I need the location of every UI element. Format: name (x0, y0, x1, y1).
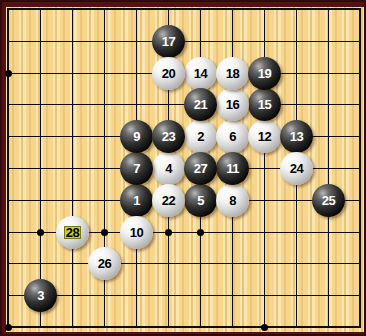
stone-white-26: 26 (88, 247, 121, 280)
stone-white-12: 12 (248, 120, 281, 153)
marker-dot (37, 229, 44, 236)
move-number-label: 23 (162, 129, 175, 144)
move-number-label: 25 (322, 193, 335, 208)
marker-dot (261, 324, 268, 331)
last-move-number-label: 28 (64, 226, 81, 239)
move-number-label: 22 (162, 193, 175, 208)
board-frame: 1234567891011121314151617181920212223242… (0, 0, 366, 336)
grid-line-horizontal (7, 263, 361, 264)
stone-white-24: 24 (280, 152, 313, 185)
stone-black-21: 21 (184, 88, 217, 121)
move-number-label: 18 (226, 66, 239, 81)
stone-white-22: 22 (152, 184, 185, 217)
move-number-label: 15 (258, 97, 271, 112)
stone-white-14: 14 (184, 57, 217, 90)
move-number-label: 2 (197, 129, 204, 144)
move-number-label: 4 (165, 161, 172, 176)
stone-black-3: 3 (24, 279, 57, 312)
grid-line-horizontal (7, 326, 361, 328)
move-number-label: 26 (98, 256, 111, 271)
move-number-label: 24 (290, 161, 303, 176)
marker-dot (5, 324, 12, 331)
move-number-label: 21 (194, 97, 207, 112)
stone-white-2: 2 (184, 120, 217, 153)
marker-dot (197, 229, 204, 236)
stone-black-11: 11 (216, 152, 249, 185)
move-number-label: 1 (133, 193, 140, 208)
grid-line-horizontal (7, 8, 361, 10)
move-number-label: 6 (229, 129, 236, 144)
stone-black-13: 13 (280, 120, 313, 153)
move-number-label: 17 (162, 34, 175, 49)
move-number-label: 7 (133, 161, 140, 176)
stone-black-5: 5 (184, 184, 217, 217)
stone-black-23: 23 (152, 120, 185, 153)
move-number-label: 8 (229, 193, 236, 208)
marker-dot (5, 70, 12, 77)
stone-black-1: 1 (120, 184, 153, 217)
move-number-label: 5 (197, 193, 204, 208)
stone-black-7: 7 (120, 152, 153, 185)
stone-black-9: 9 (120, 120, 153, 153)
stone-white-10: 10 (120, 216, 153, 249)
go-board[interactable]: 1234567891011121314151617181920212223242… (6, 7, 364, 332)
stone-black-25: 25 (312, 184, 345, 217)
move-number-label: 19 (258, 66, 271, 81)
stone-white-8: 8 (216, 184, 249, 217)
stone-black-19: 19 (248, 57, 281, 90)
stone-white-16: 16 (216, 88, 249, 121)
stone-white-6: 6 (216, 120, 249, 153)
move-number-label: 27 (194, 161, 207, 176)
marker-dot (165, 229, 172, 236)
stone-black-15: 15 (248, 88, 281, 121)
stone-black-17: 17 (152, 25, 185, 58)
move-number-label: 16 (226, 97, 239, 112)
stone-white-28: 28 (56, 216, 89, 249)
move-number-label: 9 (133, 129, 140, 144)
move-number-label: 12 (258, 129, 271, 144)
marker-dot (101, 229, 108, 236)
stone-white-18: 18 (216, 57, 249, 90)
move-number-label: 13 (290, 129, 303, 144)
move-number-label: 10 (130, 225, 143, 240)
move-number-label: 14 (194, 66, 207, 81)
move-number-label: 3 (37, 288, 44, 303)
move-number-label: 20 (162, 66, 175, 81)
move-number-label: 11 (226, 161, 239, 176)
stone-black-27: 27 (184, 152, 217, 185)
grid-line-horizontal (7, 295, 361, 296)
stone-white-4: 4 (152, 152, 185, 185)
stone-white-20: 20 (152, 57, 185, 90)
